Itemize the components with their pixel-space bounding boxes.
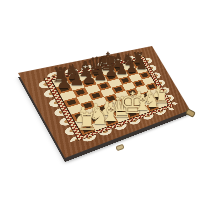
product-photo: ♜♞♝♛♚♝♞♜♟♟♟♟♟♟♟♟♟♟♟♟♟♟♟♟♜♞♝♛♚♝♞♜ bbox=[0, 0, 200, 200]
brass-hinge-icon bbox=[115, 144, 124, 151]
brass-clasp-icon bbox=[185, 108, 196, 118]
chess-board bbox=[18, 46, 190, 158]
